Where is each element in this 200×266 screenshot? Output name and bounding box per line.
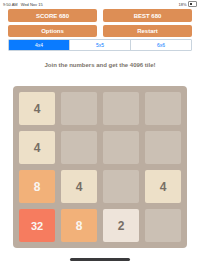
empty-cell xyxy=(145,92,181,125)
empty-cell xyxy=(145,131,181,164)
status-bar: 9:50 AM Wed Nov 15 18% xyxy=(0,0,200,8)
best-score-display: BEST 680 xyxy=(103,9,192,22)
status-time-date: 9:50 AM Wed Nov 15 xyxy=(3,2,43,7)
tile-4: 4 xyxy=(61,170,97,203)
segment-5x5[interactable]: 5x5 xyxy=(70,40,131,50)
tile-4: 4 xyxy=(19,131,55,164)
tagline-text: Join the numbers and get the 4096 tile! xyxy=(0,62,200,68)
segment-4x4[interactable]: 4x4 xyxy=(9,40,70,50)
tile-4: 4 xyxy=(19,92,55,125)
tile-8: 8 xyxy=(19,170,55,203)
battery-icon xyxy=(188,1,197,7)
battery-percent: 18% xyxy=(178,2,186,7)
score-display: SCORE 680 xyxy=(8,9,97,22)
empty-cell xyxy=(145,209,181,242)
empty-cell xyxy=(61,92,97,125)
tile-8: 8 xyxy=(61,209,97,242)
home-indicator[interactable] xyxy=(70,258,130,261)
empty-cell xyxy=(103,92,139,125)
status-date: Wed Nov 15 xyxy=(21,2,43,7)
empty-cell xyxy=(103,170,139,203)
tile-2: 2 xyxy=(103,209,139,242)
grid-size-segmented-control: 4x4 5x5 6x6 xyxy=(8,39,192,51)
options-button[interactable]: Options xyxy=(8,25,97,37)
tile-4: 4 xyxy=(145,170,181,203)
empty-cell xyxy=(61,131,97,164)
tile-32: 32 xyxy=(19,209,55,242)
game-board[interactable]: 448443282 xyxy=(13,86,187,248)
restart-button[interactable]: Restart xyxy=(103,25,192,37)
empty-cell xyxy=(103,131,139,164)
segment-6x6[interactable]: 6x6 xyxy=(131,40,191,50)
status-time: 9:50 AM xyxy=(3,2,18,7)
